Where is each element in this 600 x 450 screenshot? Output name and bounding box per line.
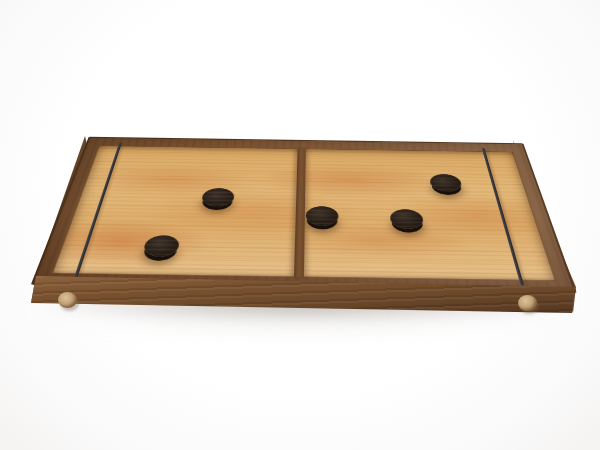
puck-r1[interactable] — [306, 206, 339, 226]
left-wooden-peg — [58, 292, 77, 308]
scene — [0, 0, 600, 450]
board-top — [31, 137, 577, 293]
playfield — [52, 146, 556, 281]
right-wooden-peg — [518, 295, 537, 311]
left-player-zone — [52, 146, 298, 277]
board-frame — [31, 137, 577, 293]
right-player-zone — [304, 149, 556, 281]
